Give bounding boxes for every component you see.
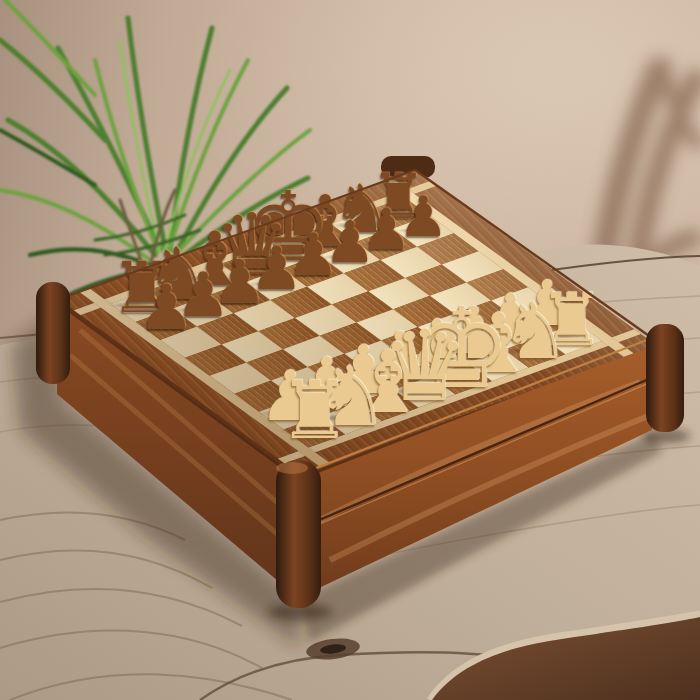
pawn-glyph: ♟ xyxy=(135,277,197,339)
piece-white-rook-a1[interactable]: ♜ xyxy=(275,371,355,451)
room-scene: ♜♞♝♛♚♝♞♜♟♟♟♟♟♟♟♟♟♟♟♟♟♟♟♟♜♞♝♛♚♝♞♜ xyxy=(0,0,700,700)
rook-glyph: ♜ xyxy=(275,371,355,451)
piece-black-pawn-a7[interactable]: ♟ xyxy=(135,277,197,339)
